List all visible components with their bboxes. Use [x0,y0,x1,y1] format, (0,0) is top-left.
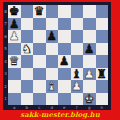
square-a2 [8,80,21,93]
square-h2 [96,80,109,93]
square-d1 [46,93,59,106]
black-bishop: ♝ [71,68,82,81]
black-pawn: ♟ [59,55,70,68]
square-h8 [96,5,109,18]
square-b5: ♞ [21,43,34,56]
square-h6 [96,30,109,43]
square-b8 [21,5,34,18]
square-e1 [58,93,71,106]
square-e2 [58,80,71,93]
white-pawn: ♟ [84,68,95,81]
square-d4 [46,55,59,68]
square-g3: ♟ [83,68,96,81]
square-g6 [83,30,96,43]
square-c7 [33,18,46,31]
black-pawn: ♟ [9,18,20,31]
watermark-text: sakk-mester.blog.hu [0,110,120,120]
rank-coordinates: 87654321 [3,5,8,105]
square-e5 [58,43,71,56]
square-e3 [58,68,71,81]
square-b2 [21,80,34,93]
square-c3 [33,68,46,81]
square-c5 [33,43,46,56]
black-king: ♚ [9,5,20,18]
square-e4: ♟ [58,55,71,68]
rank-label-1: 1 [3,93,8,106]
rank-label-5: 5 [3,43,8,56]
white-king: ♚ [84,93,95,106]
square-a6: ♟ [8,30,21,43]
white-queen: ♛ [9,55,20,68]
rank-label-6: 6 [3,30,8,43]
square-h3: ♜ [96,68,109,81]
square-g1: ♚ [83,93,96,106]
square-f5 [71,43,84,56]
square-f4 [71,55,84,68]
square-d3 [46,68,59,81]
square-e6 [58,30,71,43]
white-pawn: ♟ [9,30,20,43]
black-rook: ♜ [96,68,107,81]
square-f8 [71,5,84,18]
black-queen: ♛ [34,5,45,18]
square-g5: ♟ [83,43,96,56]
square-a7: ♟ [8,18,21,31]
square-e7 [58,18,71,31]
square-h7 [96,18,109,31]
white-pawn: ♟ [71,80,82,93]
square-b4 [21,55,34,68]
square-b1 [21,93,34,106]
black-pawn: ♟ [46,30,57,43]
white-knight: ♞ [21,43,32,56]
square-b7 [21,18,34,31]
square-f7 [71,18,84,31]
black-pawn: ♟ [84,43,95,56]
square-d2: ♝ [46,80,59,93]
square-f1 [71,93,84,106]
square-d8 [46,5,59,18]
square-a4: ♛ [8,55,21,68]
chess-diagram: ♚♛♟♟♟♞♟♛♟♝♟♜♝♟♚ 87654321 abcdefgh sakk-m… [0,0,120,120]
square-a1 [8,93,21,106]
square-h4 [96,55,109,68]
rank-label-3: 3 [3,68,8,81]
square-h5 [96,43,109,56]
square-a5 [8,43,21,56]
square-f6 [71,30,84,43]
chess-board: ♚♛♟♟♟♞♟♛♟♝♟♜♝♟♚ [8,5,108,105]
square-g7 [83,18,96,31]
square-b3 [21,68,34,81]
square-e8 [58,5,71,18]
square-d7 [46,18,59,31]
square-g2 [83,80,96,93]
square-a8: ♚ [8,5,21,18]
white-bishop: ♝ [46,80,57,93]
square-c1 [33,93,46,106]
square-f3: ♝ [71,68,84,81]
square-h1 [96,93,109,106]
square-g8 [83,5,96,18]
rank-label-4: 4 [3,55,8,68]
square-a3 [8,68,21,81]
rank-label-2: 2 [3,80,8,93]
rank-label-8: 8 [3,5,8,18]
square-c6 [33,30,46,43]
square-d5 [46,43,59,56]
square-b6 [21,30,34,43]
square-c2 [33,80,46,93]
square-c4 [33,55,46,68]
square-g4 [83,55,96,68]
square-f2: ♟ [71,80,84,93]
square-d6: ♟ [46,30,59,43]
square-c8: ♛ [33,5,46,18]
rank-label-7: 7 [3,18,8,31]
